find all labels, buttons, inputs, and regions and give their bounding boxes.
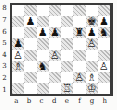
square-b5[interactable]: [24, 38, 36, 49]
rank-label-3: 3: [0, 63, 9, 70]
black-pawn-piece[interactable]: ♟: [13, 38, 23, 49]
square-h2[interactable]: [98, 72, 110, 83]
white-pawn-piece[interactable]: ♙: [74, 72, 84, 83]
square-d7[interactable]: [49, 16, 61, 27]
black-pawn-piece[interactable]: ♟: [50, 27, 60, 38]
square-d4[interactable]: ♙: [49, 50, 61, 61]
square-d6[interactable]: ♟: [49, 27, 61, 38]
square-b8[interactable]: [24, 5, 36, 16]
square-c5[interactable]: [37, 38, 49, 49]
file-label-e: e: [61, 98, 73, 105]
square-f5[interactable]: [73, 38, 85, 49]
rank-label-1: 1: [0, 87, 9, 94]
square-b2[interactable]: [24, 72, 36, 83]
square-g4[interactable]: [86, 50, 98, 61]
square-f7[interactable]: [73, 16, 85, 27]
square-a3[interactable]: ♗: [12, 61, 24, 72]
black-rook-piece[interactable]: ♜: [74, 27, 84, 38]
square-b4[interactable]: [24, 50, 36, 61]
file-label-b: b: [23, 98, 35, 105]
square-e1[interactable]: ♖: [61, 83, 73, 94]
square-a1[interactable]: [12, 83, 24, 94]
square-d3[interactable]: [49, 61, 61, 72]
square-g3[interactable]: [86, 61, 98, 72]
square-h8[interactable]: [98, 5, 110, 16]
white-pawn-piece[interactable]: ♙: [87, 38, 97, 49]
square-c1[interactable]: [37, 83, 49, 94]
square-f4[interactable]: [73, 50, 85, 61]
square-c3[interactable]: ♞: [37, 61, 49, 72]
black-knight-piece[interactable]: ♞: [99, 27, 109, 38]
white-pawn-piece[interactable]: ♙: [50, 50, 60, 61]
square-b3[interactable]: [24, 61, 36, 72]
rank-label-4: 4: [0, 52, 9, 59]
white-king-piece[interactable]: ♔: [87, 83, 97, 94]
square-a2[interactable]: [12, 72, 24, 83]
square-c2[interactable]: [37, 72, 49, 83]
square-a5[interactable]: ♟: [12, 38, 24, 49]
white-pawn-piece[interactable]: ♙: [13, 50, 23, 61]
black-pawn-piece[interactable]: ♟: [99, 16, 109, 27]
white-rook-piece[interactable]: ♖: [62, 83, 72, 94]
square-b1[interactable]: [24, 83, 36, 94]
black-king-piece[interactable]: ♚: [87, 16, 97, 27]
file-label-g: g: [86, 98, 98, 105]
square-e8[interactable]: [61, 5, 73, 16]
square-a7[interactable]: [12, 16, 24, 27]
square-f3[interactable]: [73, 61, 85, 72]
square-g1[interactable]: ♔: [86, 83, 98, 94]
rank-label-6: 6: [0, 29, 9, 36]
square-f8[interactable]: [73, 5, 85, 16]
square-d8[interactable]: [49, 5, 61, 16]
square-h3[interactable]: ♙: [98, 61, 110, 72]
square-e3[interactable]: [61, 61, 73, 72]
square-c6[interactable]: ♟: [37, 27, 49, 38]
square-a4[interactable]: ♙: [12, 50, 24, 61]
rank-label-5: 5: [0, 40, 9, 47]
square-e6[interactable]: [61, 27, 73, 38]
square-f1[interactable]: [73, 83, 85, 94]
white-bishop-piece[interactable]: ♗: [13, 61, 23, 72]
square-h5[interactable]: [98, 38, 110, 49]
white-pawn-piece[interactable]: ♙: [99, 61, 109, 72]
square-g5[interactable]: ♙: [86, 38, 98, 49]
square-h6[interactable]: ♞: [98, 27, 110, 38]
square-e2[interactable]: [61, 72, 73, 83]
black-pawn-piece[interactable]: ♟: [25, 16, 35, 27]
square-e7[interactable]: [61, 16, 73, 27]
file-labels: abcdefgh: [10, 96, 111, 106]
black-pawn-piece[interactable]: ♟: [87, 27, 97, 38]
square-d1[interactable]: [49, 83, 61, 94]
square-h1[interactable]: [98, 83, 110, 94]
square-c8[interactable]: [37, 5, 49, 16]
rank-label-2: 2: [0, 75, 9, 82]
white-bishop-piece[interactable]: ♗: [87, 72, 97, 83]
square-g7[interactable]: ♚: [86, 16, 98, 27]
file-label-c: c: [36, 98, 48, 105]
square-a8[interactable]: [12, 5, 24, 16]
square-g2[interactable]: ♗: [86, 72, 98, 83]
square-h4[interactable]: [98, 50, 110, 61]
chess-diagram: 87654321 ♟♚♟♟♟♜♟♞♟♙♙♙♗♞♙♙♗♖♔ abcdefgh: [0, 0, 117, 110]
square-d2[interactable]: [49, 72, 61, 83]
file-label-a: a: [10, 98, 22, 105]
square-g6[interactable]: ♟: [86, 27, 98, 38]
black-pawn-piece[interactable]: ♟: [38, 27, 48, 38]
square-g8[interactable]: [86, 5, 98, 16]
file-label-f: f: [73, 98, 85, 105]
rank-labels: 87654321: [0, 3, 9, 96]
file-label-d: d: [48, 98, 60, 105]
square-e4[interactable]: [61, 50, 73, 61]
square-a6[interactable]: [12, 27, 24, 38]
square-f6[interactable]: ♜: [73, 27, 85, 38]
file-label-h: h: [99, 98, 111, 105]
square-e5[interactable]: [61, 38, 73, 49]
square-c4[interactable]: [37, 50, 49, 61]
square-d5[interactable]: [49, 38, 61, 49]
square-h7[interactable]: ♟: [98, 16, 110, 27]
square-c7[interactable]: [37, 16, 49, 27]
black-knight-piece[interactable]: ♞: [38, 61, 48, 72]
square-b6[interactable]: [24, 27, 36, 38]
chess-board: ♟♚♟♟♟♜♟♞♟♙♙♙♗♞♙♙♗♖♔: [10, 3, 113, 96]
square-f2[interactable]: ♙: [73, 72, 85, 83]
rank-label-7: 7: [0, 17, 9, 24]
rank-label-8: 8: [0, 5, 9, 12]
square-b7[interactable]: ♟: [24, 16, 36, 27]
